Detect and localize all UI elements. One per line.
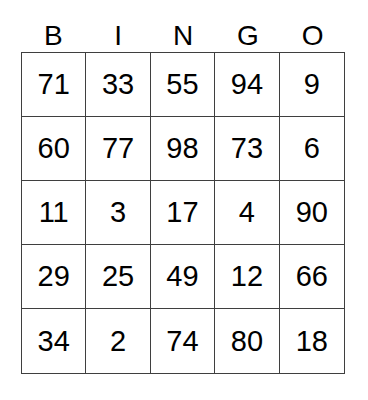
cell-r5c4[interactable]: 80 xyxy=(215,309,279,373)
cell-r4c5[interactable]: 66 xyxy=(280,245,344,309)
cell-r2c2[interactable]: 77 xyxy=(86,117,150,181)
header-letter-i: I xyxy=(86,20,151,51)
cell-r2c5[interactable]: 6 xyxy=(280,117,344,181)
cell-r1c1[interactable]: 71 xyxy=(22,53,86,117)
cell-r3c5[interactable]: 90 xyxy=(280,181,344,245)
cell-r1c5[interactable]: 9 xyxy=(280,53,344,117)
header-letter-g: G xyxy=(215,20,280,51)
cell-r1c3[interactable]: 55 xyxy=(151,53,215,117)
bingo-board: 71 33 55 94 9 60 77 98 73 6 11 3 17 4 90… xyxy=(21,52,345,374)
cell-r2c4[interactable]: 73 xyxy=(215,117,279,181)
cell-r4c2[interactable]: 25 xyxy=(86,245,150,309)
bingo-card: B I N G O 71 33 55 94 9 60 77 98 73 6 11… xyxy=(21,20,345,374)
cell-r1c2[interactable]: 33 xyxy=(86,53,150,117)
cell-r5c5[interactable]: 18 xyxy=(280,309,344,373)
cell-r5c3[interactable]: 74 xyxy=(151,309,215,373)
cell-r4c3[interactable]: 49 xyxy=(151,245,215,309)
cell-r3c3[interactable]: 17 xyxy=(151,181,215,245)
cell-r4c1[interactable]: 29 xyxy=(22,245,86,309)
bingo-header: B I N G O xyxy=(21,20,345,51)
cell-r2c1[interactable]: 60 xyxy=(22,117,86,181)
cell-r1c4[interactable]: 94 xyxy=(215,53,279,117)
cell-r5c1[interactable]: 34 xyxy=(22,309,86,373)
header-letter-o: O xyxy=(280,20,345,51)
cell-r4c4[interactable]: 12 xyxy=(215,245,279,309)
cell-r3c4[interactable]: 4 xyxy=(215,181,279,245)
cell-r3c1[interactable]: 11 xyxy=(22,181,86,245)
header-letter-n: N xyxy=(151,20,216,51)
cell-r3c2[interactable]: 3 xyxy=(86,181,150,245)
cell-r2c3[interactable]: 98 xyxy=(151,117,215,181)
header-letter-b: B xyxy=(21,20,86,51)
cell-r5c2[interactable]: 2 xyxy=(86,309,150,373)
